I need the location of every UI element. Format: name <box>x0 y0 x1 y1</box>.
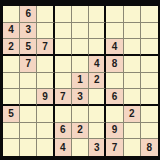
cell-r1c2[interactable]: 6 <box>20 6 37 23</box>
cell-r3c3[interactable]: 7 <box>37 39 54 56</box>
cell-r5c7[interactable] <box>106 73 123 90</box>
cell-r2c9[interactable] <box>141 23 158 40</box>
cell-r6c7[interactable]: 6 <box>106 89 123 106</box>
sudoku-board: 6432574748129736526294378 <box>3 6 158 156</box>
cell-r2c1[interactable]: 4 <box>3 23 20 40</box>
cell-r5c2[interactable] <box>20 73 37 90</box>
cell-r2c5[interactable] <box>72 23 89 40</box>
cell-r7c7[interactable] <box>106 106 123 123</box>
cell-r9c9[interactable]: 8 <box>141 139 158 156</box>
cell-r7c1[interactable]: 5 <box>3 106 20 123</box>
cell-r7c4[interactable] <box>55 106 72 123</box>
cell-r9c1[interactable] <box>3 139 20 156</box>
cell-r4c6[interactable]: 4 <box>89 56 106 73</box>
cell-r8c8[interactable] <box>124 123 141 140</box>
cell-r9c2[interactable] <box>20 139 37 156</box>
cell-r7c3[interactable] <box>37 106 54 123</box>
cell-r2c8[interactable] <box>124 23 141 40</box>
cell-r3c2[interactable]: 5 <box>20 39 37 56</box>
cell-r1c7[interactable] <box>106 6 123 23</box>
cell-r6c6[interactable] <box>89 89 106 106</box>
cell-r4c2[interactable]: 7 <box>20 56 37 73</box>
cell-r7c8[interactable]: 2 <box>124 106 141 123</box>
cell-r8c9[interactable] <box>141 123 158 140</box>
cell-r1c1[interactable] <box>3 6 20 23</box>
cell-r8c3[interactable] <box>37 123 54 140</box>
cell-r2c7[interactable] <box>106 23 123 40</box>
cell-r1c3[interactable] <box>37 6 54 23</box>
cell-r8c5[interactable]: 2 <box>72 123 89 140</box>
cell-r9c5[interactable] <box>72 139 89 156</box>
cell-r1c5[interactable] <box>72 6 89 23</box>
cell-r7c5[interactable] <box>72 106 89 123</box>
cell-r8c6[interactable] <box>89 123 106 140</box>
cell-r7c9[interactable] <box>141 106 158 123</box>
cell-r8c7[interactable]: 9 <box>106 123 123 140</box>
cell-r9c7[interactable]: 7 <box>106 139 123 156</box>
cell-r8c1[interactable] <box>3 123 20 140</box>
cell-r9c6[interactable]: 3 <box>89 139 106 156</box>
cell-r4c5[interactable] <box>72 56 89 73</box>
cell-r7c6[interactable] <box>89 106 106 123</box>
cell-r2c6[interactable] <box>89 23 106 40</box>
cell-r5c1[interactable] <box>3 73 20 90</box>
cell-r5c3[interactable] <box>37 73 54 90</box>
cell-r3c6[interactable] <box>89 39 106 56</box>
cell-r1c9[interactable] <box>141 6 158 23</box>
cell-r9c3[interactable] <box>37 139 54 156</box>
cell-r5c5[interactable]: 1 <box>72 73 89 90</box>
cell-r6c4[interactable]: 7 <box>55 89 72 106</box>
cell-r6c5[interactable]: 3 <box>72 89 89 106</box>
cell-r1c8[interactable] <box>124 6 141 23</box>
cell-r9c4[interactable]: 4 <box>55 139 72 156</box>
cell-r8c4[interactable]: 6 <box>55 123 72 140</box>
cell-r6c1[interactable] <box>3 89 20 106</box>
cell-r5c4[interactable] <box>55 73 72 90</box>
cell-r3c9[interactable] <box>141 39 158 56</box>
cell-r5c9[interactable] <box>141 73 158 90</box>
cell-r5c6[interactable]: 2 <box>89 73 106 90</box>
cell-r4c1[interactable] <box>3 56 20 73</box>
cell-r1c6[interactable] <box>89 6 106 23</box>
cell-r3c1[interactable]: 2 <box>3 39 20 56</box>
cell-r8c2[interactable] <box>20 123 37 140</box>
cell-r3c4[interactable] <box>55 39 72 56</box>
cell-r4c8[interactable] <box>124 56 141 73</box>
cell-r2c4[interactable] <box>55 23 72 40</box>
cell-r2c3[interactable] <box>37 23 54 40</box>
cell-r6c2[interactable] <box>20 89 37 106</box>
cell-r6c8[interactable] <box>124 89 141 106</box>
cell-r6c9[interactable] <box>141 89 158 106</box>
cell-r4c7[interactable]: 8 <box>106 56 123 73</box>
cell-r9c8[interactable] <box>124 139 141 156</box>
cell-r4c4[interactable] <box>55 56 72 73</box>
cell-r4c9[interactable] <box>141 56 158 73</box>
cell-r5c8[interactable] <box>124 73 141 90</box>
cell-r3c8[interactable] <box>124 39 141 56</box>
cell-r7c2[interactable] <box>20 106 37 123</box>
cell-r1c4[interactable] <box>55 6 72 23</box>
cell-r4c3[interactable] <box>37 56 54 73</box>
cell-r2c2[interactable]: 3 <box>20 23 37 40</box>
cell-r6c3[interactable]: 9 <box>37 89 54 106</box>
cell-r3c7[interactable]: 4 <box>106 39 123 56</box>
cell-r3c5[interactable] <box>72 39 89 56</box>
